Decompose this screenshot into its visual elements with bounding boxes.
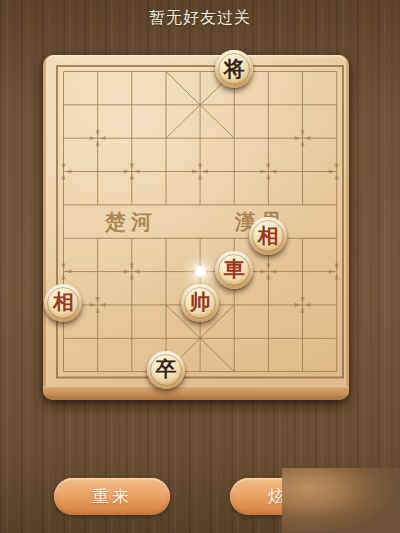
piece-red-general[interactable]: 帅 xyxy=(181,284,219,322)
board-cell[interactable] xyxy=(81,222,115,255)
board-cell[interactable] xyxy=(285,322,319,355)
piece-glyph: 相 xyxy=(258,225,279,246)
board-cell[interactable]: 車 xyxy=(217,255,251,288)
board-cell[interactable] xyxy=(251,255,285,288)
board-cell[interactable] xyxy=(285,188,319,221)
board-cell[interactable] xyxy=(115,288,149,321)
board-cell[interactable] xyxy=(217,188,251,221)
board-cell[interactable] xyxy=(115,155,149,188)
board-cell[interactable] xyxy=(149,155,183,188)
board-cell[interactable] xyxy=(320,188,354,221)
board-cell[interactable] xyxy=(320,322,354,355)
board-cell[interactable] xyxy=(251,155,285,188)
board-cell[interactable] xyxy=(320,88,354,121)
piece-red-chariot[interactable]: 車 xyxy=(215,251,253,289)
board-cell[interactable] xyxy=(115,322,149,355)
board-cell[interactable] xyxy=(285,222,319,255)
board-cell[interactable] xyxy=(251,88,285,121)
board-cell[interactable] xyxy=(81,188,115,221)
board-cell[interactable] xyxy=(81,355,115,388)
board-cell[interactable] xyxy=(81,155,115,188)
board-cell[interactable] xyxy=(149,288,183,321)
board-cell[interactable]: 将 xyxy=(217,55,251,88)
board-cell[interactable] xyxy=(285,88,319,121)
piece-glyph: 相 xyxy=(53,291,74,312)
board-cell[interactable] xyxy=(149,222,183,255)
board-cell[interactable] xyxy=(217,322,251,355)
xiangqi-board: 楚河 漢界 将相車相帅卒 xyxy=(43,55,349,400)
board-cell[interactable] xyxy=(320,255,354,288)
board-cell[interactable] xyxy=(183,188,217,221)
board-cell[interactable]: 帅 xyxy=(183,288,217,321)
board-cell[interactable] xyxy=(149,55,183,88)
board-cell[interactable] xyxy=(183,88,217,121)
board-cell[interactable] xyxy=(115,355,149,388)
board-cell[interactable] xyxy=(217,88,251,121)
board-cell[interactable] xyxy=(183,322,217,355)
restart-button[interactable]: 重来 xyxy=(54,478,170,515)
board-cell[interactable] xyxy=(81,255,115,288)
board-cell[interactable] xyxy=(46,122,80,155)
board-cell[interactable]: 卒 xyxy=(149,355,183,388)
board-cell[interactable] xyxy=(183,355,217,388)
board-cell[interactable]: 相 xyxy=(251,222,285,255)
board-cell[interactable] xyxy=(217,122,251,155)
move-highlight-dot xyxy=(196,267,205,276)
piece-glyph: 帅 xyxy=(190,291,211,312)
board-cell[interactable] xyxy=(46,55,80,88)
board-cell[interactable] xyxy=(285,255,319,288)
board-cell[interactable] xyxy=(251,55,285,88)
board-cell[interactable] xyxy=(320,355,354,388)
board-cell[interactable] xyxy=(320,155,354,188)
piece-glyph: 将 xyxy=(224,58,245,79)
board-cell[interactable] xyxy=(149,88,183,121)
board-cell[interactable] xyxy=(115,188,149,221)
board-grid: 将相車相帅卒 xyxy=(46,55,353,388)
board-cell[interactable] xyxy=(285,355,319,388)
board-cell[interactable] xyxy=(115,55,149,88)
board-cell[interactable] xyxy=(115,122,149,155)
board-cell[interactable] xyxy=(217,355,251,388)
piece-black-soldier[interactable]: 卒 xyxy=(147,351,185,389)
board-cell[interactable] xyxy=(183,122,217,155)
piece-glyph: 車 xyxy=(224,258,245,279)
board-cell[interactable] xyxy=(251,355,285,388)
board-cell[interactable] xyxy=(320,122,354,155)
board-cell[interactable] xyxy=(115,255,149,288)
board-cell[interactable] xyxy=(320,55,354,88)
board-cell[interactable] xyxy=(285,288,319,321)
board-cell[interactable] xyxy=(320,222,354,255)
board-cell[interactable] xyxy=(149,255,183,288)
board-cell[interactable] xyxy=(320,288,354,321)
board-cell[interactable] xyxy=(115,222,149,255)
board-cell[interactable] xyxy=(183,55,217,88)
board-cell[interactable] xyxy=(251,122,285,155)
board-cell[interactable] xyxy=(46,155,80,188)
piece-black-general[interactable]: 将 xyxy=(215,50,253,88)
piece-red-elephant-2[interactable]: 相 xyxy=(44,284,82,322)
page-title: 暂无好友过关 xyxy=(0,7,400,29)
board-cell[interactable] xyxy=(285,122,319,155)
board-cell[interactable] xyxy=(285,55,319,88)
board-cell[interactable] xyxy=(183,155,217,188)
blur-overlay xyxy=(282,468,400,533)
board-cell[interactable] xyxy=(149,188,183,221)
board-cell[interactable] xyxy=(46,88,80,121)
board-cell[interactable] xyxy=(149,122,183,155)
board-cell[interactable] xyxy=(81,122,115,155)
piece-red-elephant-1[interactable]: 相 xyxy=(249,217,287,255)
board-cell[interactable] xyxy=(46,355,80,388)
board-cell[interactable] xyxy=(183,222,217,255)
board-cell[interactable] xyxy=(81,88,115,121)
board-cell[interactable] xyxy=(81,322,115,355)
board-cell[interactable] xyxy=(285,155,319,188)
board-cell[interactable]: 相 xyxy=(46,288,80,321)
board-cell[interactable] xyxy=(46,188,80,221)
board-cell[interactable] xyxy=(217,288,251,321)
board-cell[interactable] xyxy=(115,88,149,121)
board-cell[interactable] xyxy=(46,322,80,355)
board-cell[interactable] xyxy=(217,155,251,188)
board-cell[interactable] xyxy=(81,288,115,321)
board-cell[interactable] xyxy=(46,222,80,255)
board-cell[interactable] xyxy=(251,288,285,321)
game-screen: 暂无好友过关 楚河 漢界 将相車相帅卒 重来 炫耀 xyxy=(0,0,400,533)
board-cell[interactable] xyxy=(251,322,285,355)
piece-glyph: 卒 xyxy=(155,358,176,379)
board-cell[interactable] xyxy=(81,55,115,88)
